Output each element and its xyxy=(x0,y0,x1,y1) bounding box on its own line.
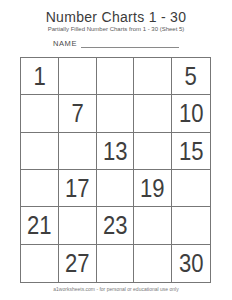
cell-number: 10 xyxy=(179,101,204,127)
page-subtitle: Partially Filled Number Charts from 1 - … xyxy=(0,26,232,32)
cell-number: 30 xyxy=(179,250,204,276)
grid-cell-empty xyxy=(59,133,97,170)
grid-cell-empty xyxy=(97,95,135,132)
grid-cell-filled: 13 xyxy=(97,133,135,170)
grid-cell-filled: 17 xyxy=(59,170,97,207)
grid-cell-filled: 21 xyxy=(21,207,59,244)
grid-cell-filled: 15 xyxy=(172,133,210,170)
cell-number: 17 xyxy=(65,175,90,201)
grid-cell-filled: 1 xyxy=(21,58,59,95)
number-grid: 157101315171921232730 xyxy=(20,57,211,283)
cell-number: 15 xyxy=(179,138,204,164)
page-title: Number Charts 1 - 30 xyxy=(0,9,232,25)
grid-cell-empty xyxy=(134,207,172,244)
grid-cell-empty xyxy=(134,95,172,132)
grid-cell-empty xyxy=(21,95,59,132)
cell-number: 5 xyxy=(185,63,197,89)
worksheet-page: Number Charts 1 - 30 Partially Filled Nu… xyxy=(0,0,232,300)
cell-number: 1 xyxy=(33,63,45,89)
grid-cell-filled: 27 xyxy=(59,245,97,282)
grid-cell-filled: 23 xyxy=(97,207,135,244)
name-label: NAME xyxy=(53,39,77,48)
grid-cell-empty xyxy=(134,245,172,282)
grid-cell-empty xyxy=(134,133,172,170)
cell-number: 27 xyxy=(65,250,90,276)
grid-cell-filled: 19 xyxy=(134,170,172,207)
name-blank-line xyxy=(81,39,179,48)
grid-cell-empty xyxy=(59,207,97,244)
grid-cell-empty xyxy=(172,170,210,207)
grid-cell-empty xyxy=(21,170,59,207)
cell-number: 19 xyxy=(141,175,166,201)
grid-cell-filled: 5 xyxy=(172,58,210,95)
cell-number: 23 xyxy=(103,213,128,239)
grid-cell-empty xyxy=(172,207,210,244)
cell-number: 21 xyxy=(27,213,52,239)
cell-number: 13 xyxy=(103,138,128,164)
grid-cell-empty xyxy=(59,58,97,95)
grid-cell-empty xyxy=(134,58,172,95)
cell-number: 7 xyxy=(71,101,83,127)
footer-credit: a1worksheets.com - for personal or educa… xyxy=(0,286,232,292)
grid-cell-empty xyxy=(97,58,135,95)
grid-cell-empty xyxy=(21,133,59,170)
grid-cell-empty xyxy=(21,245,59,282)
grid-cell-filled: 7 xyxy=(59,95,97,132)
grid-cell-filled: 30 xyxy=(172,245,210,282)
grid-cell-empty xyxy=(97,170,135,207)
grid-cell-empty xyxy=(97,245,135,282)
grid-cell-filled: 10 xyxy=(172,95,210,132)
name-row: NAME xyxy=(0,39,232,48)
